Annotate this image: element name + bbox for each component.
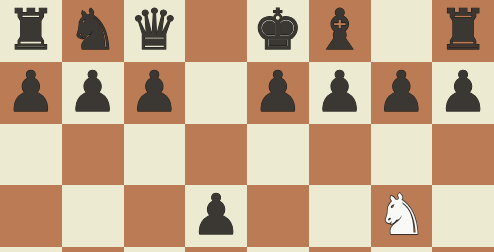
square-f8[interactable]: ♝ bbox=[309, 0, 371, 62]
chess-board: ♜♞♛♚♝♜♟♟♟♟♟♟♟♟♞ bbox=[0, 0, 494, 252]
square-c7[interactable]: ♟ bbox=[124, 62, 186, 124]
square-h7[interactable]: ♟ bbox=[432, 62, 494, 124]
square-d7[interactable] bbox=[185, 62, 247, 124]
square-d6[interactable] bbox=[185, 124, 247, 186]
square-h5[interactable] bbox=[432, 185, 494, 247]
black-pawn[interactable]: ♟ bbox=[253, 64, 303, 120]
square-f4[interactable] bbox=[309, 247, 371, 252]
square-e8[interactable]: ♚ bbox=[247, 0, 309, 62]
black-knight[interactable]: ♞ bbox=[68, 2, 118, 58]
black-queen[interactable]: ♛ bbox=[129, 2, 179, 58]
square-b4[interactable] bbox=[62, 247, 124, 252]
square-b6[interactable] bbox=[62, 124, 124, 186]
square-h8[interactable]: ♜ bbox=[432, 0, 494, 62]
square-d5[interactable]: ♟ bbox=[185, 185, 247, 247]
square-e4[interactable] bbox=[247, 247, 309, 252]
square-g4[interactable] bbox=[371, 247, 433, 252]
black-pawn[interactable]: ♟ bbox=[129, 64, 179, 120]
black-pawn[interactable]: ♟ bbox=[376, 64, 426, 120]
square-g6[interactable] bbox=[371, 124, 433, 186]
square-a6[interactable] bbox=[0, 124, 62, 186]
square-b7[interactable]: ♟ bbox=[62, 62, 124, 124]
square-f6[interactable] bbox=[309, 124, 371, 186]
square-b5[interactable] bbox=[62, 185, 124, 247]
chess-board-viewport: ♜♞♛♚♝♜♟♟♟♟♟♟♟♟♞ bbox=[0, 0, 494, 252]
black-pawn[interactable]: ♟ bbox=[68, 64, 118, 120]
square-a8[interactable]: ♜ bbox=[0, 0, 62, 62]
black-pawn[interactable]: ♟ bbox=[438, 64, 488, 120]
square-a4[interactable] bbox=[0, 247, 62, 252]
square-h4[interactable] bbox=[432, 247, 494, 252]
black-pawn[interactable]: ♟ bbox=[6, 64, 56, 120]
black-pawn[interactable]: ♟ bbox=[315, 64, 365, 120]
black-rook[interactable]: ♜ bbox=[6, 2, 56, 58]
white-knight[interactable]: ♞ bbox=[376, 187, 426, 243]
square-f5[interactable] bbox=[309, 185, 371, 247]
square-g7[interactable]: ♟ bbox=[371, 62, 433, 124]
black-pawn[interactable]: ♟ bbox=[191, 187, 241, 243]
square-b8[interactable]: ♞ bbox=[62, 0, 124, 62]
black-king[interactable]: ♚ bbox=[253, 2, 303, 58]
square-a7[interactable]: ♟ bbox=[0, 62, 62, 124]
square-c4[interactable] bbox=[124, 247, 186, 252]
square-a5[interactable] bbox=[0, 185, 62, 247]
square-c8[interactable]: ♛ bbox=[124, 0, 186, 62]
square-g5[interactable]: ♞ bbox=[371, 185, 433, 247]
square-d8[interactable] bbox=[185, 0, 247, 62]
black-rook[interactable]: ♜ bbox=[438, 2, 488, 58]
square-e7[interactable]: ♟ bbox=[247, 62, 309, 124]
black-bishop[interactable]: ♝ bbox=[315, 2, 365, 58]
square-h6[interactable] bbox=[432, 124, 494, 186]
square-g8[interactable] bbox=[371, 0, 433, 62]
square-e6[interactable] bbox=[247, 124, 309, 186]
square-c5[interactable] bbox=[124, 185, 186, 247]
square-d4[interactable] bbox=[185, 247, 247, 252]
square-c6[interactable] bbox=[124, 124, 186, 186]
square-e5[interactable] bbox=[247, 185, 309, 247]
square-f7[interactable]: ♟ bbox=[309, 62, 371, 124]
